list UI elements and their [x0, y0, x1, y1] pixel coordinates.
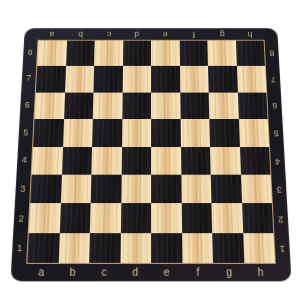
rank-label: 7 [21, 66, 36, 92]
rank-label: 5 [269, 119, 284, 147]
square-f7[interactable] [179, 66, 208, 92]
square-h8[interactable] [235, 41, 264, 67]
square-a2[interactable] [29, 203, 61, 232]
square-f1[interactable] [182, 233, 213, 263]
file-label: a [25, 264, 57, 281]
file-label: h [245, 264, 277, 281]
rank-label: 3 [15, 175, 31, 204]
square-f3[interactable] [181, 175, 212, 204]
square-d6[interactable] [122, 92, 151, 119]
square-b8[interactable] [66, 41, 95, 67]
square-d7[interactable] [122, 66, 151, 92]
file-label: b [66, 28, 95, 40]
square-h2[interactable] [242, 203, 274, 232]
square-e1[interactable] [151, 233, 182, 263]
file-label: f [182, 264, 214, 281]
square-c7[interactable] [93, 66, 122, 92]
square-c6[interactable] [93, 92, 122, 119]
square-b7[interactable] [65, 66, 94, 92]
rank-label: 6 [267, 92, 282, 119]
rank-label: 1 [274, 234, 290, 264]
files-top: abcdefgh [37, 28, 264, 40]
square-a7[interactable] [36, 66, 66, 92]
file-label: e [151, 264, 182, 281]
square-b3[interactable] [60, 175, 91, 204]
square-h6[interactable] [237, 92, 267, 119]
square-d1[interactable] [120, 233, 151, 263]
rank-label: 5 [18, 119, 33, 147]
file-label: g [213, 264, 245, 281]
square-a5[interactable] [33, 119, 64, 146]
chess-board: abcdefgh 87654321 87654321 abcdefgh [10, 28, 291, 281]
square-b2[interactable] [59, 203, 90, 232]
square-f2[interactable] [181, 203, 212, 232]
square-e3[interactable] [151, 175, 181, 204]
file-label: e [151, 28, 179, 40]
square-h3[interactable] [241, 175, 272, 204]
square-h1[interactable] [243, 233, 275, 263]
file-label: b [57, 264, 89, 281]
rank-label: 8 [265, 40, 280, 66]
square-c3[interactable] [91, 175, 122, 204]
rank-label: 2 [13, 204, 29, 234]
square-h5[interactable] [238, 119, 269, 146]
square-c8[interactable] [94, 41, 123, 67]
square-e2[interactable] [151, 203, 182, 232]
square-f5[interactable] [180, 119, 210, 146]
square-a3[interactable] [30, 175, 61, 204]
square-d4[interactable] [121, 147, 151, 175]
square-g2[interactable] [211, 203, 242, 232]
file-label: f [179, 28, 208, 40]
play-area [26, 40, 276, 264]
rank-label: 3 [271, 175, 287, 204]
files-bottom: abcdefgh [25, 264, 276, 281]
rank-label: 4 [270, 147, 286, 175]
square-g8[interactable] [207, 41, 236, 67]
square-e4[interactable] [151, 147, 181, 175]
rank-label: 6 [20, 92, 35, 119]
square-c1[interactable] [89, 233, 120, 263]
square-a4[interactable] [32, 147, 63, 175]
file-label: a [37, 28, 66, 40]
square-f8[interactable] [179, 41, 208, 67]
square-d8[interactable] [123, 41, 151, 67]
square-g6[interactable] [209, 92, 239, 119]
square-h7[interactable] [236, 66, 266, 92]
square-a6[interactable] [34, 92, 64, 119]
file-label: c [88, 264, 120, 281]
square-e5[interactable] [151, 119, 180, 146]
rank-label: 1 [11, 234, 27, 264]
square-b6[interactable] [64, 92, 94, 119]
rank-label: 8 [23, 40, 38, 66]
square-d3[interactable] [121, 175, 151, 204]
file-label: g [207, 28, 236, 40]
square-e6[interactable] [151, 92, 180, 119]
file-label: d [123, 28, 151, 40]
square-c2[interactable] [90, 203, 121, 232]
rank-label: 2 [273, 204, 289, 234]
square-g5[interactable] [209, 119, 239, 146]
square-d2[interactable] [120, 203, 151, 232]
square-b5[interactable] [63, 119, 93, 146]
square-d5[interactable] [122, 119, 151, 146]
file-label: h [236, 28, 265, 40]
square-c5[interactable] [92, 119, 122, 146]
square-a8[interactable] [37, 41, 66, 67]
file-label: c [94, 28, 123, 40]
square-b1[interactable] [58, 233, 90, 263]
square-g1[interactable] [212, 233, 244, 263]
rank-label: 7 [266, 66, 281, 92]
square-e8[interactable] [151, 41, 179, 67]
square-g3[interactable] [211, 175, 242, 204]
square-g4[interactable] [210, 147, 241, 175]
square-a1[interactable] [27, 233, 59, 263]
file-label: d [120, 264, 151, 281]
square-h4[interactable] [239, 147, 270, 175]
square-g7[interactable] [208, 66, 237, 92]
square-e7[interactable] [151, 66, 180, 92]
square-b4[interactable] [61, 147, 92, 175]
photo-canvas: abcdefgh 87654321 87654321 abcdefgh [0, 0, 300, 300]
square-f6[interactable] [180, 92, 209, 119]
square-c4[interactable] [91, 147, 121, 175]
square-f4[interactable] [180, 147, 210, 175]
rank-label: 4 [16, 147, 32, 175]
